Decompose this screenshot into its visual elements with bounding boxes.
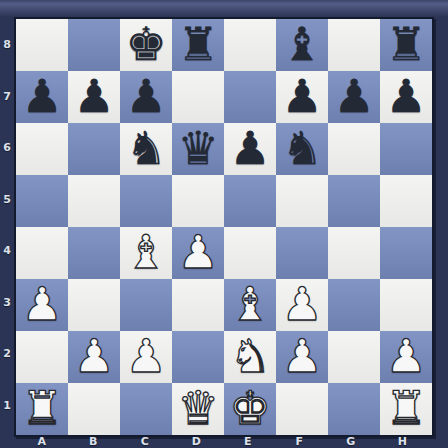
square-c3[interactable] bbox=[120, 279, 172, 331]
square-f2[interactable]: ♟ bbox=[276, 331, 328, 383]
black-pawn[interactable]: ♟ bbox=[73, 73, 114, 119]
file-label-h: H bbox=[377, 435, 429, 448]
black-rook[interactable]: ♜ bbox=[385, 21, 426, 67]
square-c1[interactable] bbox=[120, 383, 172, 435]
square-d8[interactable]: ♜ bbox=[172, 19, 224, 71]
square-c6[interactable]: ♞ bbox=[120, 123, 172, 175]
white-pawn[interactable]: ♟ bbox=[281, 333, 322, 379]
square-h4[interactable] bbox=[380, 227, 432, 279]
square-h2[interactable]: ♟ bbox=[380, 331, 432, 383]
rank-label-2: 2 bbox=[0, 328, 14, 380]
rank-label-8: 8 bbox=[0, 19, 14, 71]
square-e2[interactable]: ♞ bbox=[224, 331, 276, 383]
square-d1[interactable]: ♛ bbox=[172, 383, 224, 435]
square-f8[interactable]: ♝ bbox=[276, 19, 328, 71]
white-queen[interactable]: ♛ bbox=[177, 385, 218, 431]
white-pawn[interactable]: ♟ bbox=[385, 333, 426, 379]
square-f3[interactable]: ♟ bbox=[276, 279, 328, 331]
white-pawn[interactable]: ♟ bbox=[125, 333, 166, 379]
square-b5[interactable] bbox=[68, 175, 120, 227]
black-pawn[interactable]: ♟ bbox=[333, 73, 374, 119]
white-rook[interactable]: ♜ bbox=[21, 385, 62, 431]
square-f7[interactable]: ♟ bbox=[276, 71, 328, 123]
black-pawn[interactable]: ♟ bbox=[229, 125, 270, 171]
square-a7[interactable]: ♟ bbox=[16, 71, 68, 123]
white-bishop[interactable]: ♝ bbox=[125, 229, 166, 275]
rank-label-6: 6 bbox=[0, 122, 14, 174]
square-g3[interactable] bbox=[328, 279, 380, 331]
file-label-a: A bbox=[16, 435, 68, 448]
square-h3[interactable] bbox=[380, 279, 432, 331]
square-e8[interactable] bbox=[224, 19, 276, 71]
square-g8[interactable] bbox=[328, 19, 380, 71]
file-label-g: G bbox=[325, 435, 377, 448]
square-g4[interactable] bbox=[328, 227, 380, 279]
black-knight[interactable]: ♞ bbox=[281, 125, 322, 171]
square-b7[interactable]: ♟ bbox=[68, 71, 120, 123]
square-g5[interactable] bbox=[328, 175, 380, 227]
white-king[interactable]: ♚ bbox=[229, 385, 270, 431]
square-c7[interactable]: ♟ bbox=[120, 71, 172, 123]
square-e5[interactable] bbox=[224, 175, 276, 227]
square-d6[interactable]: ♛ bbox=[172, 123, 224, 175]
square-h8[interactable]: ♜ bbox=[380, 19, 432, 71]
black-rook[interactable]: ♜ bbox=[177, 21, 218, 67]
square-f5[interactable] bbox=[276, 175, 328, 227]
square-a6[interactable] bbox=[16, 123, 68, 175]
white-pawn[interactable]: ♟ bbox=[281, 281, 322, 327]
black-pawn[interactable]: ♟ bbox=[21, 73, 62, 119]
black-pawn[interactable]: ♟ bbox=[281, 73, 322, 119]
square-h6[interactable] bbox=[380, 123, 432, 175]
square-b1[interactable] bbox=[68, 383, 120, 435]
square-f6[interactable]: ♞ bbox=[276, 123, 328, 175]
square-c2[interactable]: ♟ bbox=[120, 331, 172, 383]
square-h7[interactable]: ♟ bbox=[380, 71, 432, 123]
square-a3[interactable]: ♟ bbox=[16, 279, 68, 331]
square-b8[interactable] bbox=[68, 19, 120, 71]
square-b4[interactable] bbox=[68, 227, 120, 279]
square-e3[interactable]: ♝ bbox=[224, 279, 276, 331]
square-d7[interactable] bbox=[172, 71, 224, 123]
square-b6[interactable] bbox=[68, 123, 120, 175]
square-d3[interactable] bbox=[172, 279, 224, 331]
square-b3[interactable] bbox=[68, 279, 120, 331]
square-d4[interactable]: ♟ bbox=[172, 227, 224, 279]
square-h1[interactable]: ♜ bbox=[380, 383, 432, 435]
black-king[interactable]: ♚ bbox=[125, 21, 166, 67]
rank-label-7: 7 bbox=[0, 71, 14, 123]
white-rook[interactable]: ♜ bbox=[385, 385, 426, 431]
square-g7[interactable]: ♟ bbox=[328, 71, 380, 123]
black-knight[interactable]: ♞ bbox=[125, 125, 166, 171]
file-labels: ABCDEFGH bbox=[16, 435, 428, 448]
black-queen[interactable]: ♛ bbox=[177, 125, 218, 171]
square-d2[interactable] bbox=[172, 331, 224, 383]
black-pawn[interactable]: ♟ bbox=[385, 73, 426, 119]
rank-label-5: 5 bbox=[0, 174, 14, 226]
file-label-f: F bbox=[274, 435, 326, 448]
square-c5[interactable] bbox=[120, 175, 172, 227]
square-b2[interactable]: ♟ bbox=[68, 331, 120, 383]
file-label-c: C bbox=[119, 435, 171, 448]
square-e6[interactable]: ♟ bbox=[224, 123, 276, 175]
file-label-b: B bbox=[68, 435, 120, 448]
square-a4[interactable] bbox=[16, 227, 68, 279]
square-g6[interactable] bbox=[328, 123, 380, 175]
square-f4[interactable] bbox=[276, 227, 328, 279]
rank-labels: 87654321 bbox=[0, 19, 14, 431]
square-a2[interactable] bbox=[16, 331, 68, 383]
board-frame: ♚♜♝♜♟♟♟♟♟♟♞♛♟♞♝♟♟♝♟♟♟♞♟♟♜♛♚♜ 87654321 AB… bbox=[0, 0, 448, 448]
white-bishop[interactable]: ♝ bbox=[229, 281, 270, 327]
square-c8[interactable]: ♚ bbox=[120, 19, 172, 71]
square-e1[interactable]: ♚ bbox=[224, 383, 276, 435]
white-pawn[interactable]: ♟ bbox=[73, 333, 114, 379]
square-a8[interactable] bbox=[16, 19, 68, 71]
square-g1[interactable] bbox=[328, 383, 380, 435]
square-g2[interactable] bbox=[328, 331, 380, 383]
white-pawn[interactable]: ♟ bbox=[21, 281, 62, 327]
square-e7[interactable] bbox=[224, 71, 276, 123]
black-pawn[interactable]: ♟ bbox=[125, 73, 166, 119]
square-f1[interactable] bbox=[276, 383, 328, 435]
rank-label-1: 1 bbox=[0, 380, 14, 432]
square-d5[interactable] bbox=[172, 175, 224, 227]
square-a1[interactable]: ♜ bbox=[16, 383, 68, 435]
black-bishop[interactable]: ♝ bbox=[281, 21, 322, 67]
square-a5[interactable] bbox=[16, 175, 68, 227]
square-h5[interactable] bbox=[380, 175, 432, 227]
rank-label-3: 3 bbox=[0, 277, 14, 329]
file-label-e: E bbox=[222, 435, 274, 448]
file-label-d: D bbox=[171, 435, 223, 448]
chess-board[interactable]: ♚♜♝♜♟♟♟♟♟♟♞♛♟♞♝♟♟♝♟♟♟♞♟♟♜♛♚♜ bbox=[14, 17, 434, 437]
white-knight[interactable]: ♞ bbox=[229, 333, 270, 379]
square-e4[interactable] bbox=[224, 227, 276, 279]
white-pawn[interactable]: ♟ bbox=[177, 229, 218, 275]
rank-label-4: 4 bbox=[0, 225, 14, 277]
square-c4[interactable]: ♝ bbox=[120, 227, 172, 279]
